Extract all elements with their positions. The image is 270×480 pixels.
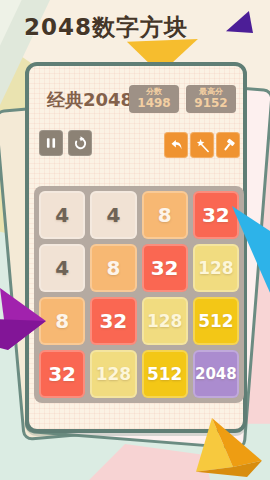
hammer-icon [221,138,236,153]
game-board-card: 经典2048 分数 1498 最高分 9152 [25,62,247,433]
app-screen: 2048数字方块 经典2048 分数 1498 最高分 9152 [0,0,270,480]
tile-8: 8 [39,297,85,345]
tile-grid[interactable]: 448324832128832128512321285122048 [34,186,244,403]
magic-wand-button[interactable] [190,132,214,158]
undo-button[interactable] [164,132,188,158]
score-value: 1498 [137,97,170,110]
best-score-badge: 最高分 9152 [186,85,236,113]
tile-8: 8 [90,244,136,292]
restart-icon [73,136,88,151]
tile-8: 8 [142,191,188,239]
tile-512: 512 [142,350,188,398]
best-score-value: 9152 [194,97,227,110]
tile-32: 32 [142,244,188,292]
tile-4: 4 [39,191,85,239]
pause-icon [44,136,58,150]
score-badge: 分数 1498 [129,85,179,113]
tile-32: 32 [39,350,85,398]
tile-4: 4 [39,244,85,292]
page-title: 2048数字方块 [24,12,188,43]
pause-button[interactable] [39,130,63,156]
tile-512: 512 [193,297,239,345]
tile-128: 128 [90,350,136,398]
magic-wand-icon [195,138,210,153]
hammer-button[interactable] [216,132,240,158]
tile-128: 128 [193,244,239,292]
mode-label: 经典2048 [47,88,133,112]
tile-128: 128 [142,297,188,345]
tile-2048: 2048 [193,350,239,398]
tile-32: 32 [90,297,136,345]
tile-32: 32 [193,191,239,239]
tile-4: 4 [90,191,136,239]
restart-button[interactable] [68,130,92,156]
undo-arrow-icon [169,138,184,153]
